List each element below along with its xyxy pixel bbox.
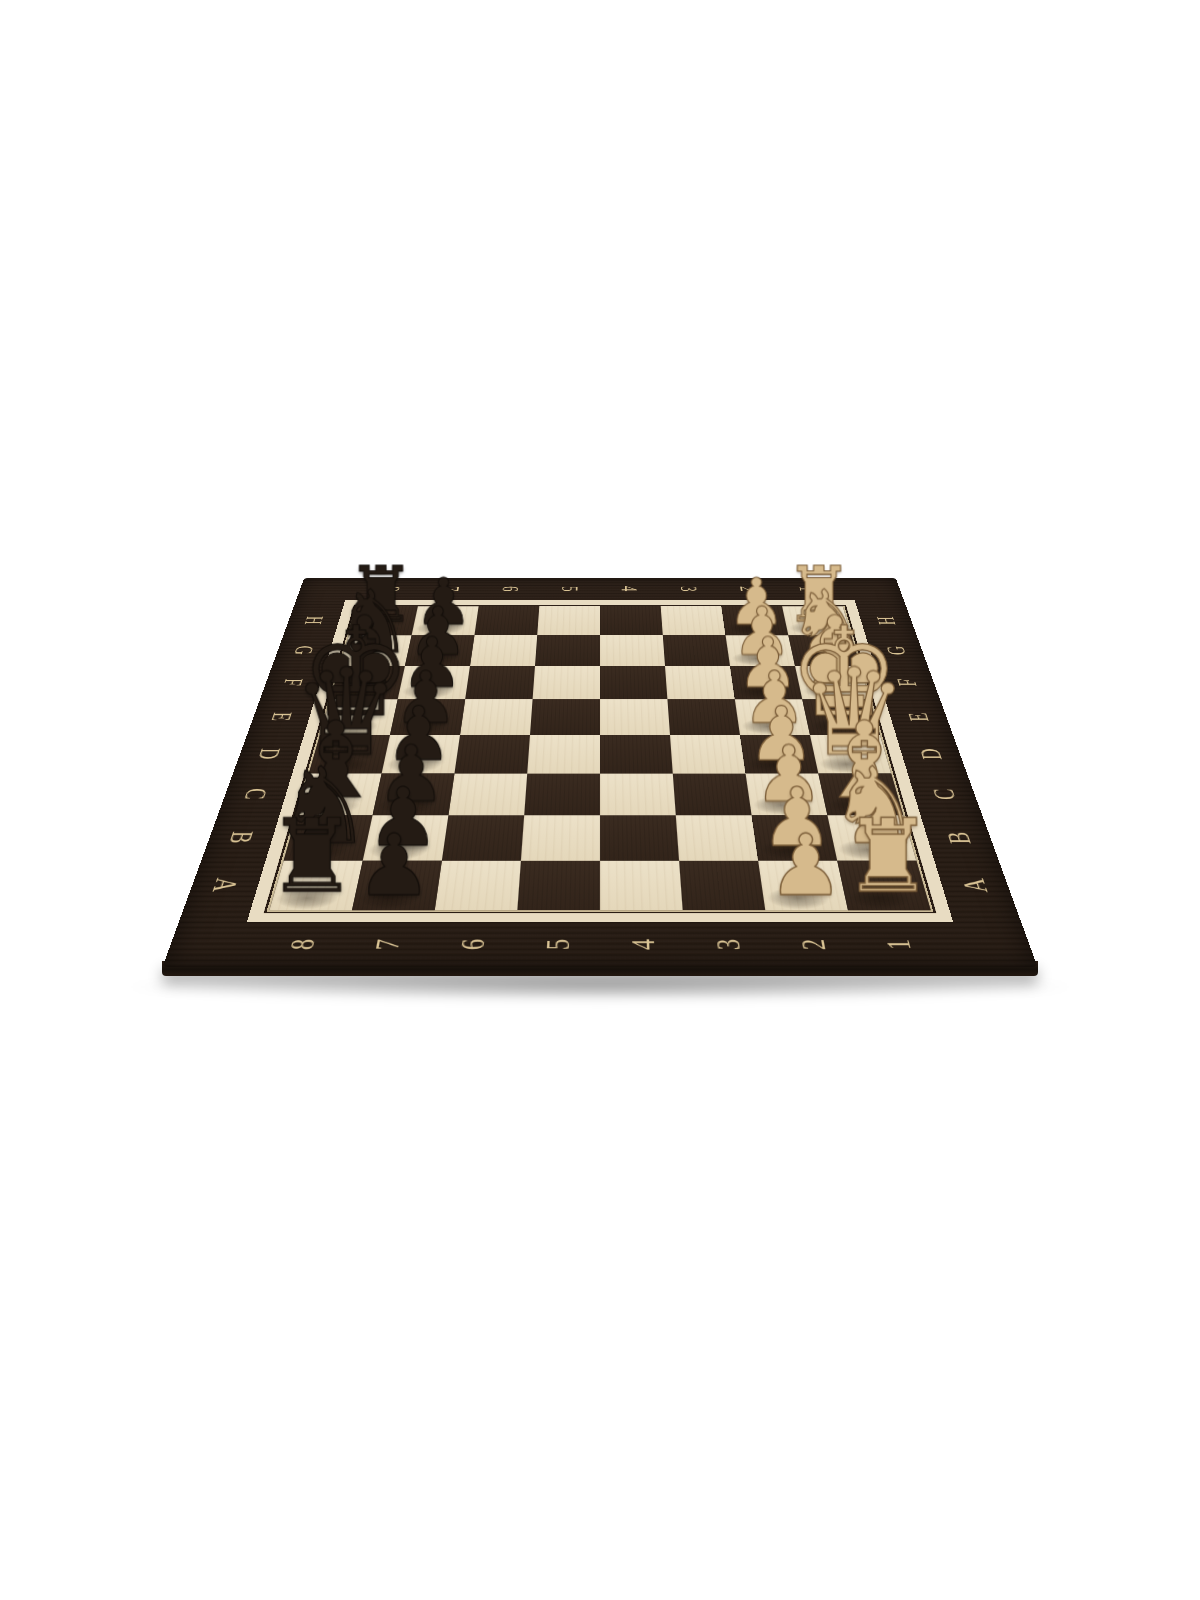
square-g6 [470, 635, 537, 666]
rank-label-bottom-7: 7 [347, 917, 426, 972]
board-border-inner: ♜♟♟♜♞♟♟♞♝♟♟♝♚♟♟♚♛♟♟♛♝♟♟♝♞♟♟♞♜♟♟♜ [267, 606, 934, 912]
square-g5 [535, 635, 600, 666]
square-f4 [600, 666, 667, 699]
square-h6 [474, 606, 539, 635]
square-b4 [600, 815, 679, 860]
square-a1: ♜ [837, 861, 930, 910]
square-a5 [517, 861, 600, 910]
rank-label-bottom-2: 2 [774, 917, 853, 972]
square-f6 [465, 666, 535, 699]
square-a4 [600, 861, 683, 910]
square-b6 [442, 815, 524, 860]
square-b3 [676, 815, 758, 860]
square-d5 [527, 735, 600, 774]
square-e3 [667, 699, 740, 735]
square-d3 [670, 735, 746, 774]
square-e4 [600, 699, 670, 735]
square-h3 [661, 606, 726, 635]
square-a8: ♜ [269, 861, 362, 910]
piece-white-pawn-a2: ♟ [768, 825, 844, 905]
square-c3 [673, 774, 752, 816]
rank-label-bottom-4: 4 [608, 917, 679, 972]
square-h4 [600, 606, 663, 635]
square-h5 [537, 606, 600, 635]
board-border-strip: ♜♟♟♜♞♟♟♞♝♟♟♝♚♟♟♚♛♟♟♛♝♟♟♝♞♟♟♞♜♟♟♜ [247, 600, 953, 922]
square-f3 [665, 666, 735, 699]
square-g3 [663, 635, 730, 666]
square-g4 [600, 635, 665, 666]
rank-label-bottom-1: 1 [857, 917, 940, 972]
square-e6 [460, 699, 533, 735]
rank-label-bottom-6: 6 [434, 917, 509, 972]
board-shadow [130, 972, 1070, 1002]
square-b5 [521, 815, 600, 860]
square-a7: ♟ [352, 861, 442, 910]
rank-label-top-5: 5 [545, 576, 594, 603]
rank-label-bottom-3: 3 [691, 917, 766, 972]
chess-board: HGFEDCBA HGFEDCBA 87654321 87654321 ♜♟♟♜… [163, 578, 1038, 967]
rank-label-top-4: 4 [605, 576, 654, 603]
square-c5 [524, 774, 600, 816]
piece-black-pawn-a7: ♟ [356, 825, 432, 905]
square-a3 [679, 861, 765, 910]
square-c4 [600, 774, 676, 816]
piece-white-rook-a1: ♜ [843, 809, 934, 905]
rank-label-top-3: 3 [664, 576, 715, 603]
square-a6 [435, 861, 521, 910]
playing-area: ♜♟♟♜♞♟♟♞♝♟♟♝♚♟♟♚♛♟♟♛♝♟♟♝♞♟♟♞♜♟♟♜ [269, 606, 930, 910]
square-a2: ♟ [758, 861, 848, 910]
square-e5 [530, 699, 600, 735]
square-f5 [533, 666, 600, 699]
square-d4 [600, 735, 673, 774]
product-photo-stage: HGFEDCBA HGFEDCBA 87654321 87654321 ♜♟♟♜… [0, 0, 1200, 1600]
square-c6 [448, 774, 527, 816]
rank-labels-bottom: 87654321 [253, 922, 947, 967]
piece-black-rook-a8: ♜ [267, 809, 358, 905]
board-border-line: ♜♟♟♜♞♟♟♞♝♟♟♝♚♟♟♚♛♟♟♛♝♟♟♝♞♟♟♞♜♟♟♜ [264, 605, 936, 913]
rank-label-bottom-8: 8 [260, 917, 343, 972]
square-d6 [454, 735, 530, 774]
rank-label-top-6: 6 [485, 576, 536, 603]
rank-label-bottom-5: 5 [521, 917, 592, 972]
